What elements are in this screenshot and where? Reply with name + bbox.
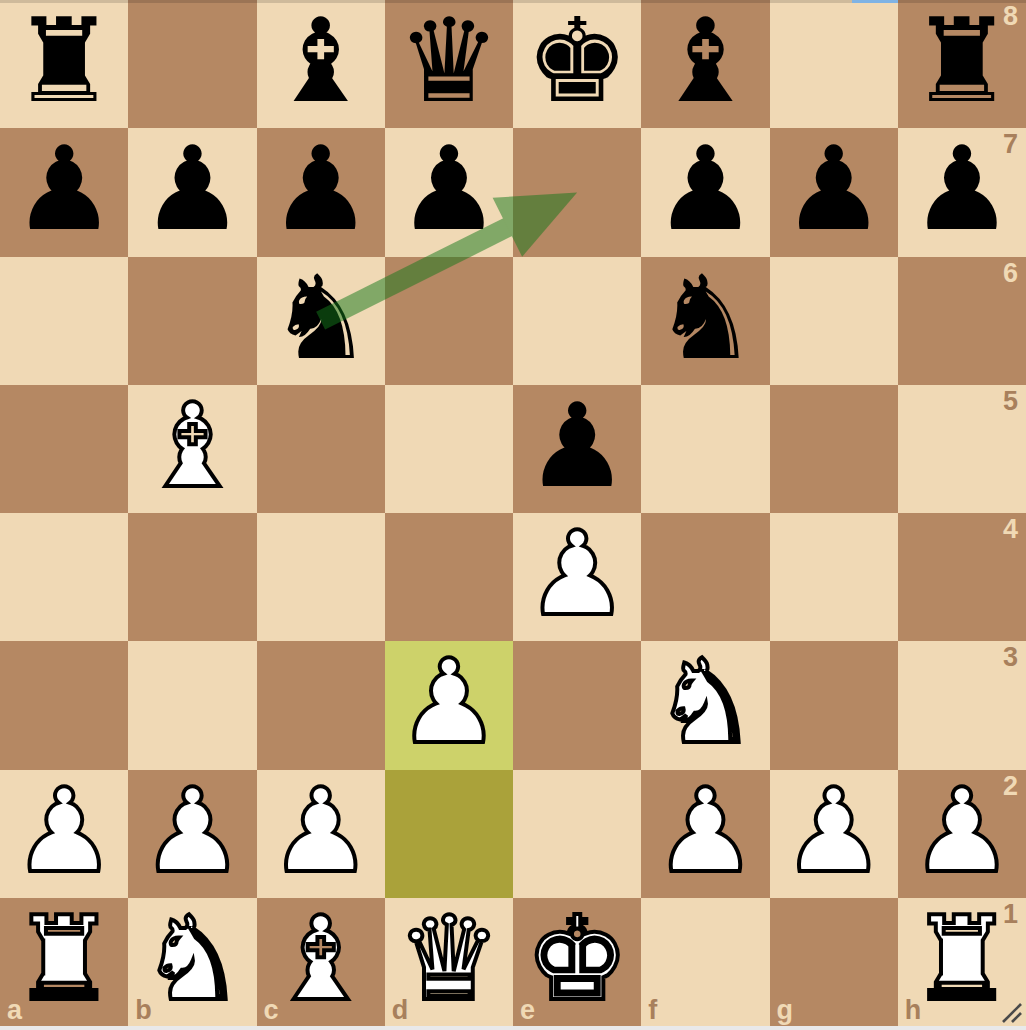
square-f6[interactable]: ♞ [641,257,769,385]
square-f4[interactable] [641,513,769,641]
square-a5[interactable] [0,385,128,513]
white-pawn[interactable]: ♟ [0,767,128,895]
black-queen[interactable]: ♛ [385,0,513,125]
rank-label-5: 5 [1003,388,1018,415]
square-h2[interactable]: ♟2 [898,770,1026,898]
square-h4[interactable]: 4 [898,513,1026,641]
black-knight[interactable]: ♞ [257,254,385,382]
square-b2[interactable]: ♟ [128,770,256,898]
top-blue-strip [852,0,898,3]
square-c4[interactable] [257,513,385,641]
square-c8[interactable]: ♝ [257,0,385,128]
white-bishop[interactable]: ♝ [128,382,256,510]
square-d5[interactable] [385,385,513,513]
chess-board-page: ♜♝♛♚♝♜8♟♟♟♟♟♟♟7♞♞6♝♟5♟4♟♞3♟♟♟♟♟♟2♜a♞b♝c♛… [0,0,1026,1030]
square-h3[interactable]: 3 [898,641,1026,769]
file-label-e: e [520,997,535,1024]
chess-board: ♜♝♛♚♝♜8♟♟♟♟♟♟♟7♞♞6♝♟5♟4♟♞3♟♟♟♟♟♟2♜a♞b♝c♛… [0,0,1026,1026]
white-pawn[interactable]: ♟ [770,767,898,895]
black-pawn[interactable]: ♟ [0,125,128,253]
black-bishop[interactable]: ♝ [641,0,769,125]
square-e8[interactable]: ♚ [513,0,641,128]
black-pawn[interactable]: ♟ [257,125,385,253]
file-label-a: a [7,997,22,1024]
square-e3[interactable] [513,641,641,769]
square-d1[interactable]: ♛d [385,898,513,1026]
file-label-g: g [777,997,794,1024]
white-knight[interactable]: ♞ [641,638,769,766]
square-h6[interactable]: 6 [898,257,1026,385]
square-b1[interactable]: ♞b [128,898,256,1026]
rank-label-2: 2 [1003,773,1018,800]
square-f1[interactable]: f [641,898,769,1026]
square-d6[interactable] [385,257,513,385]
rank-label-7: 7 [1003,131,1018,158]
rank-label-6: 6 [1003,260,1018,287]
square-e2[interactable] [513,770,641,898]
square-a7[interactable]: ♟ [0,128,128,256]
rank-label-3: 3 [1003,644,1018,671]
square-d7[interactable]: ♟ [385,128,513,256]
black-king[interactable]: ♚ [513,0,641,125]
rank-label-8: 8 [1003,3,1018,30]
square-d2[interactable] [385,770,513,898]
square-d8[interactable]: ♛ [385,0,513,128]
file-label-d: d [392,997,409,1024]
square-c1[interactable]: ♝c [257,898,385,1026]
square-c3[interactable] [257,641,385,769]
square-c7[interactable]: ♟ [257,128,385,256]
square-h8[interactable]: ♜8 [898,0,1026,128]
square-a8[interactable]: ♜ [0,0,128,128]
square-e7[interactable] [513,128,641,256]
square-f3[interactable]: ♞ [641,641,769,769]
board-resize-handle[interactable] [999,1000,1023,1024]
square-g7[interactable]: ♟ [770,128,898,256]
white-pawn[interactable]: ♟ [385,638,513,766]
square-g5[interactable] [770,385,898,513]
square-a4[interactable] [0,513,128,641]
square-e6[interactable] [513,257,641,385]
square-e5[interactable]: ♟ [513,385,641,513]
square-f2[interactable]: ♟ [641,770,769,898]
square-f8[interactable]: ♝ [641,0,769,128]
square-f5[interactable] [641,385,769,513]
black-pawn[interactable]: ♟ [641,125,769,253]
square-c5[interactable] [257,385,385,513]
square-b6[interactable] [128,257,256,385]
square-e4[interactable]: ♟ [513,513,641,641]
square-g2[interactable]: ♟ [770,770,898,898]
square-d3[interactable]: ♟ [385,641,513,769]
page-bottom-strip [0,1026,1026,1030]
square-g8[interactable] [770,0,898,128]
black-pawn[interactable]: ♟ [513,382,641,510]
file-label-h: h [905,997,922,1024]
resize-handle-line [1003,1004,1021,1022]
resize-handle-line [1012,1013,1021,1022]
square-a6[interactable] [0,257,128,385]
black-pawn[interactable]: ♟ [128,125,256,253]
black-pawn[interactable]: ♟ [770,125,898,253]
square-g4[interactable] [770,513,898,641]
square-h5[interactable]: 5 [898,385,1026,513]
square-b8[interactable] [128,0,256,128]
square-b3[interactable] [128,641,256,769]
square-d4[interactable] [385,513,513,641]
file-label-c: c [264,997,279,1024]
square-b4[interactable] [128,513,256,641]
rank-label-1: 1 [1003,901,1018,928]
square-b7[interactable]: ♟ [128,128,256,256]
square-c6[interactable]: ♞ [257,257,385,385]
square-h7[interactable]: ♟7 [898,128,1026,256]
square-c2[interactable]: ♟ [257,770,385,898]
square-a2[interactable]: ♟ [0,770,128,898]
square-g3[interactable] [770,641,898,769]
square-b5[interactable]: ♝ [128,385,256,513]
white-pawn[interactable]: ♟ [257,767,385,895]
rank-label-4: 4 [1003,516,1018,543]
square-f7[interactable]: ♟ [641,128,769,256]
file-label-b: b [135,997,152,1024]
white-pawn[interactable]: ♟ [513,510,641,638]
square-a1[interactable]: ♜a [0,898,128,1026]
square-g6[interactable] [770,257,898,385]
square-g1[interactable]: g [770,898,898,1026]
square-e1[interactable]: ♚e [513,898,641,1026]
white-pawn[interactable]: ♟ [128,767,256,895]
black-knight[interactable]: ♞ [641,254,769,382]
black-bishop[interactable]: ♝ [257,0,385,125]
square-a3[interactable] [0,641,128,769]
white-pawn[interactable]: ♟ [641,767,769,895]
file-label-f: f [648,997,657,1024]
black-pawn[interactable]: ♟ [385,125,513,253]
black-rook[interactable]: ♜ [0,0,128,125]
